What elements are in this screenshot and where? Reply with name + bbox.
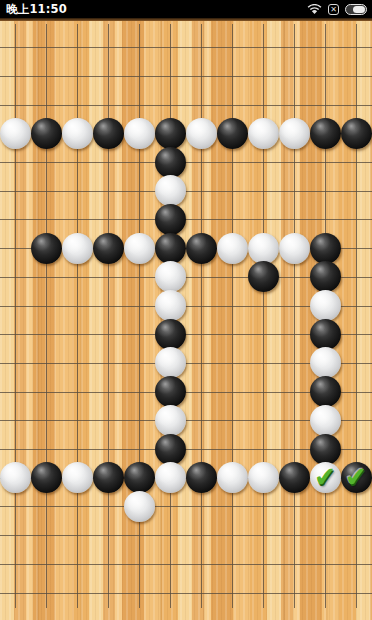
grid-vline (201, 24, 202, 608)
white-stone[interactable] (310, 290, 341, 321)
white-stone[interactable] (62, 233, 93, 264)
black-stone[interactable] (93, 462, 124, 493)
black-stone[interactable] (310, 261, 341, 292)
black-stone[interactable] (310, 118, 341, 149)
black-stone[interactable] (93, 118, 124, 149)
white-stone[interactable] (279, 118, 310, 149)
grid-hline (0, 105, 372, 106)
black-stone[interactable] (155, 118, 186, 149)
black-stone[interactable] (186, 462, 217, 493)
black-stone[interactable] (124, 462, 155, 493)
black-stone[interactable] (279, 462, 310, 493)
grid-hline (0, 219, 372, 220)
white-stone[interactable] (62, 462, 93, 493)
white-stone[interactable] (124, 118, 155, 149)
white-stone[interactable] (124, 233, 155, 264)
group-alive-check-icon[interactable]: ✔ (344, 462, 368, 491)
white-stone[interactable] (279, 233, 310, 264)
white-stone[interactable] (186, 118, 217, 149)
white-stone[interactable] (62, 118, 93, 149)
black-stone[interactable] (155, 434, 186, 465)
white-stone[interactable] (124, 491, 155, 522)
white-stone[interactable] (248, 233, 279, 264)
grid-hline (0, 564, 372, 565)
grid-vline (356, 24, 357, 608)
grid-hline (0, 593, 372, 594)
grid-vline (232, 24, 233, 608)
grid-hline (0, 76, 372, 77)
grid-hline (0, 506, 372, 507)
go-board[interactable]: ✔✔ (0, 18, 372, 620)
white-stone[interactable] (248, 462, 279, 493)
grid-vline (263, 24, 264, 608)
grid-vline (15, 24, 16, 608)
battery-fill (353, 6, 365, 13)
white-stone[interactable] (155, 462, 186, 493)
black-stone[interactable] (31, 462, 62, 493)
white-stone[interactable] (248, 118, 279, 149)
black-stone[interactable] (248, 261, 279, 292)
grid-vline (77, 24, 78, 608)
board-top-edge (0, 18, 372, 21)
black-stone[interactable] (341, 118, 372, 149)
grid-vline (46, 24, 47, 608)
black-stone[interactable] (155, 233, 186, 264)
grid-hline (0, 191, 372, 192)
status-bar: 晚上11:50 ✕ (0, 0, 372, 18)
white-stone[interactable] (0, 462, 31, 493)
white-stone[interactable] (155, 405, 186, 436)
grid-vline (108, 24, 109, 608)
grid-hline (0, 47, 372, 48)
white-stone[interactable] (217, 462, 248, 493)
black-stone[interactable] (310, 233, 341, 264)
phone-screen: 晚上11:50 ✕ ✔✔ (0, 0, 372, 620)
wifi-icon (307, 4, 322, 15)
black-stone[interactable] (155, 147, 186, 178)
black-stone[interactable] (186, 233, 217, 264)
white-stone[interactable] (155, 261, 186, 292)
black-stone[interactable] (310, 376, 341, 407)
no-sim-icon: ✕ (328, 4, 339, 15)
black-stone[interactable] (310, 319, 341, 350)
black-stone[interactable] (31, 118, 62, 149)
grid-hline (0, 162, 372, 163)
status-time: 晚上11:50 (0, 2, 67, 17)
white-stone[interactable] (155, 290, 186, 321)
white-stone[interactable] (217, 233, 248, 264)
grid-vline (294, 24, 295, 608)
black-stone[interactable] (217, 118, 248, 149)
black-stone[interactable] (93, 233, 124, 264)
white-stone[interactable] (310, 405, 341, 436)
battery-icon (345, 4, 367, 15)
white-stone[interactable] (0, 118, 31, 149)
black-stone[interactable] (155, 319, 186, 350)
white-stone[interactable] (310, 347, 341, 378)
group-alive-check-icon[interactable]: ✔ (313, 462, 337, 491)
black-stone[interactable] (155, 376, 186, 407)
status-icons: ✕ (307, 4, 372, 15)
grid-hline (0, 535, 372, 536)
white-stone[interactable] (155, 347, 186, 378)
black-stone[interactable] (310, 434, 341, 465)
white-stone[interactable] (155, 175, 186, 206)
black-stone[interactable] (31, 233, 62, 264)
black-stone[interactable] (155, 204, 186, 235)
